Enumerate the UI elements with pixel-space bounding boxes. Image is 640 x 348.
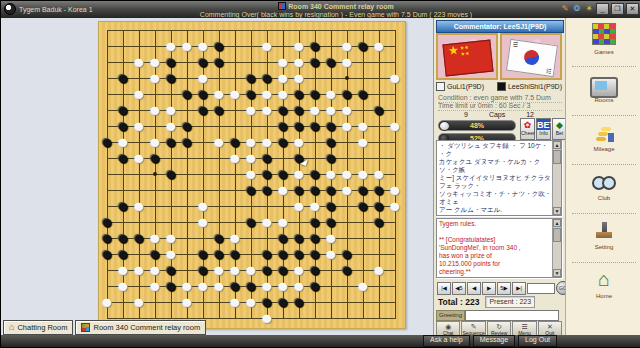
nav-first-button[interactable]: |◀ (437, 282, 451, 295)
white-stone: ● (147, 102, 163, 118)
menu-icon: ☰ (513, 323, 535, 330)
games-icon (593, 24, 615, 44)
white-stone: ● (131, 150, 147, 166)
white-stone: ● (243, 102, 259, 118)
black-stone: ● (355, 198, 371, 214)
white-stone: ● (227, 86, 243, 102)
move-number-input[interactable] (527, 283, 555, 294)
logout-button[interactable]: Log Out (518, 335, 557, 347)
black-stone: ● (131, 230, 147, 246)
white-stone: ● (147, 70, 163, 86)
white-win-bar[interactable]: 48% (438, 120, 516, 131)
white-stone: ● (371, 262, 387, 278)
info-button[interactable]: BET Info (536, 118, 551, 140)
scroll-down-icon[interactable]: ▼ (553, 207, 561, 215)
tv-icon (590, 77, 618, 98)
sidebar-item-mileage[interactable]: Mileage (566, 121, 640, 152)
nav-back-button[interactable]: ◀ (467, 282, 481, 295)
white-stone: ● (99, 294, 115, 310)
review-icon: ↻ (488, 323, 510, 330)
white-stone: ● (355, 134, 371, 150)
message-button[interactable]: Message (473, 335, 515, 347)
glasses-icon (592, 176, 616, 190)
white-stone: ● (355, 278, 371, 294)
pencil-icon[interactable]: ✎ (560, 4, 570, 14)
black-stone: ● (259, 182, 275, 198)
black-stone: ● (243, 182, 259, 198)
white-stone: ● (195, 214, 211, 230)
coins-icon (594, 125, 614, 143)
tab-room-340[interactable]: Room 340 Comment relay room (75, 320, 206, 335)
black-captures: 12 (526, 111, 560, 118)
sidebar-item-setting[interactable]: Setting (566, 219, 640, 250)
globe-icon[interactable]: ❂ (572, 4, 582, 14)
white-captures: 9 (438, 111, 468, 118)
commentary-scrollbar[interactable]: ▲ ▼ (552, 141, 561, 215)
app-window: Tygem Baduk - Korea 1 Room 340 Comment r… (0, 0, 640, 348)
room-grid-icon (81, 323, 90, 332)
app-icon (4, 3, 16, 15)
close-button[interactable]: ✕ (626, 3, 639, 15)
cheer-button[interactable]: ✿ Cheer (520, 118, 535, 140)
quit-button[interactable]: ✕Quit (538, 321, 562, 336)
info-panel: Commentator: LeeSJ1(P9D) ★ ★★★★ ☰ ☷ GuLi… (433, 18, 565, 337)
black-stone: ● (371, 102, 387, 118)
nav-back5-button[interactable]: ◀5 (452, 282, 466, 295)
commentary-text: ・ ダツリシュ タフキ録 ・ フ 10ケ・ ・クカケォクユ ダヌマチ・ケルカ・ク… (439, 142, 552, 214)
black-stone: ● (99, 246, 115, 262)
minimize-button[interactable]: _ (596, 3, 609, 15)
black-stone: ● (147, 150, 163, 166)
room-title: Room 340 Comment relay room (288, 3, 393, 10)
sidebar-item-rooms[interactable]: Rooms (566, 72, 640, 103)
rose-icon: ✿ (521, 119, 534, 130)
present-moves: Present : 223 (485, 296, 535, 308)
white-stone: ● (323, 246, 339, 262)
board-grid: ●●●●●●●●●●●●●●●●●●●●●●●●●●●●●●●●●●●●●●●●… (107, 30, 396, 319)
china-flag-star: ★ (448, 44, 460, 57)
bottom-bar: Ask a help Message Log Out (1, 335, 640, 347)
black-stone: ● (339, 262, 355, 278)
white-stone: ● (131, 86, 147, 102)
white-stone: ● (179, 294, 195, 310)
black-stone-chip (497, 82, 506, 91)
greeting-label: Greeting (436, 310, 465, 321)
go-board[interactable]: ●●●●●●●●●●●●●●●●●●●●●●●●●●●●●●●●●●●●●●●●… (98, 21, 406, 329)
tab-chatting-room[interactable]: ⌂ Chatting Room (3, 320, 73, 335)
restore-button[interactable]: ❐ (611, 3, 624, 15)
korea-flag: ☰ ☷ (506, 39, 558, 77)
sidebar-item-games[interactable]: Games (566, 24, 640, 55)
white-stone: ● (211, 278, 227, 294)
black-stone: ● (275, 294, 291, 310)
quit-icon: ✕ (539, 323, 561, 330)
black-stone: ● (115, 150, 131, 166)
white-stone-chip (436, 82, 445, 91)
white-stone: ● (243, 294, 259, 310)
black-stone: ● (195, 102, 211, 118)
ask-help-button[interactable]: Ask a help (423, 335, 470, 347)
room-icon (278, 2, 286, 10)
menu-button[interactable]: ☰Menu (512, 321, 536, 336)
nav-forward5-button[interactable]: 5▶ (497, 282, 511, 295)
white-player-flag-china: ★ ★★★★ (436, 33, 498, 80)
review-button[interactable]: ↻Review (487, 321, 511, 336)
white-stone: ● (387, 70, 403, 86)
white-player: GuLi1(P9D) (436, 82, 484, 91)
sidebar-item-club[interactable]: Club (566, 170, 640, 201)
white-stone: ● (131, 118, 147, 134)
black-stone: ● (275, 134, 291, 150)
white-stone: ● (259, 310, 275, 326)
black-stone: ● (323, 54, 339, 70)
black-stone: ● (355, 38, 371, 54)
white-stone: ● (131, 294, 147, 310)
black-stone: ● (163, 134, 179, 150)
sidebar-item-home[interactable]: ⌂ Home (566, 268, 640, 299)
black-stone: ● (371, 214, 387, 230)
black-stone: ● (307, 118, 323, 134)
window-title: Tygem Baduk - Korea 1 (19, 6, 93, 13)
black-stone: ● (211, 54, 227, 70)
hoshi-point (345, 76, 349, 80)
black-player: LeeShiShi1(P9D) (497, 82, 562, 91)
nav-forward-button[interactable]: ▶ (482, 282, 496, 295)
taegeuk-symbol (523, 49, 540, 66)
white-stone: ● (275, 182, 291, 198)
white-stone: ● (387, 198, 403, 214)
commentator-header: Commentator: LeeSJ1(P9D) (436, 20, 564, 33)
black-stone: ● (307, 54, 323, 70)
commentary-box[interactable]: ・ ダツリシュ タフキ録 ・ フ 10ケ・ ・クカケォクユ ダヌマチ・ケルカ・ク… (436, 140, 562, 216)
black-stone: ● (115, 70, 131, 86)
white-percent: 48% (439, 121, 515, 130)
white-stone: ● (131, 54, 147, 70)
board-panel: ●●●●●●●●●●●●●●●●●●●●●●●●●●●●●●●●●●●●●●●●… (1, 18, 433, 337)
white-stone: ● (339, 54, 355, 70)
white-stone: ● (147, 278, 163, 294)
white-stone: ● (211, 134, 227, 150)
sequence-icon: ✎ (462, 323, 485, 330)
caps-label: Caps (489, 111, 505, 118)
hoshi-point (153, 172, 157, 176)
scroll-down-icon[interactable]: ▼ (553, 269, 561, 277)
black-stone: ● (211, 102, 227, 118)
white-stone: ● (179, 38, 195, 54)
black-stone: ● (179, 86, 195, 102)
black-stone: ● (115, 198, 131, 214)
black-stone: ● (163, 278, 179, 294)
white-stone: ● (115, 278, 131, 294)
rules-scrollbar[interactable]: ▲ ▼ (552, 219, 561, 277)
white-stone: ● (227, 150, 243, 166)
white-stone: ● (259, 102, 275, 118)
black-stone: ● (99, 134, 115, 150)
white-stone: ● (371, 38, 387, 54)
white-stone: ● (227, 294, 243, 310)
black-stone: ● (163, 70, 179, 86)
white-stone: ● (131, 198, 147, 214)
black-stone: ● (163, 166, 179, 182)
room-tab-bar: ⌂ Chatting Room Room 340 Comment relay r… (1, 320, 206, 335)
home-icon: ⌂ (9, 323, 14, 332)
black-stone: ● (179, 134, 195, 150)
chat-button[interactable]: ◉Chat (436, 321, 460, 336)
black-player-flag-korea: ☰ ☷ (500, 33, 562, 80)
black-stone: ● (243, 214, 259, 230)
bulb-icon[interactable]: ☀ (584, 4, 594, 14)
scroll-up-icon[interactable]: ▲ (553, 141, 561, 149)
rules-text: Tygem rules. ** [Congratulatates]'SunDon… (439, 220, 552, 276)
white-stone: ● (259, 214, 275, 230)
house-icon: ⌂ (598, 268, 610, 290)
tools-icon (594, 222, 614, 240)
scroll-up-icon[interactable]: ▲ (553, 219, 561, 227)
black-stone: ● (291, 294, 307, 310)
white-stone: ● (259, 38, 275, 54)
chat-icon: ◉ (437, 323, 459, 330)
time-limit-text: Time limit ur 0min : 60 Sec / 3 (438, 102, 562, 111)
title-bar: Tygem Baduk - Korea 1 Room 340 Comment r… (1, 1, 640, 18)
white-stone: ● (339, 118, 355, 134)
black-stone: ● (355, 86, 371, 102)
white-stone: ● (291, 198, 307, 214)
white-stone: ● (387, 118, 403, 134)
china-flag: ★ ★★★★ (442, 40, 493, 77)
sequence-button[interactable]: ✎Sequence (461, 321, 486, 336)
total-moves: Total : 223 (438, 297, 479, 307)
bet-info-icon: BET (537, 119, 550, 130)
nav-last-button[interactable]: ▶| (512, 282, 526, 295)
black-stone: ● (307, 278, 323, 294)
white-stone: ● (339, 182, 355, 198)
main-sidebar: Games Rooms Mileage Club Setting ⌂ Home (565, 18, 640, 337)
rules-box[interactable]: Tygem rules. ** [Congratulatates]'SunDon… (436, 218, 562, 278)
white-stone: ● (131, 262, 147, 278)
greeting-input[interactable] (465, 310, 559, 321)
white-stone: ● (195, 278, 211, 294)
